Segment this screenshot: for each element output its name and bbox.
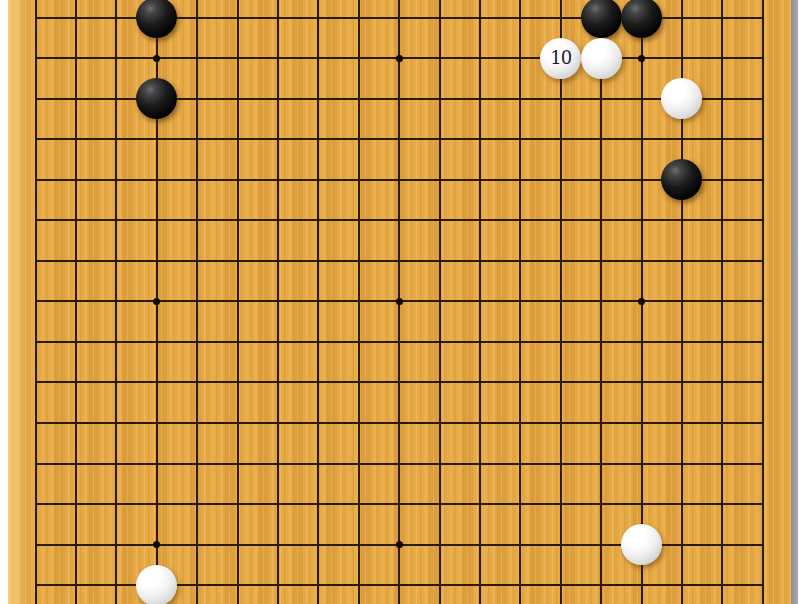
star-point <box>396 298 403 305</box>
grid-line-horizontal <box>35 463 764 465</box>
stone-black[interactable] <box>581 0 622 38</box>
stone-black[interactable] <box>621 0 662 38</box>
star-point <box>638 298 645 305</box>
stone-black[interactable] <box>136 78 177 119</box>
star-point <box>153 298 160 305</box>
stone-black[interactable] <box>661 159 702 200</box>
grid-line-horizontal <box>35 179 764 181</box>
stone-white[interactable] <box>661 78 702 119</box>
stone-white[interactable]: 10 <box>540 38 581 79</box>
star-point <box>638 55 645 62</box>
grid-line-horizontal <box>35 341 764 343</box>
grid-line-horizontal <box>35 503 764 505</box>
grid-line-horizontal <box>35 138 764 140</box>
grid-line-horizontal <box>35 381 764 383</box>
star-point <box>396 541 403 548</box>
grid-line-horizontal <box>35 219 764 221</box>
star-point <box>153 55 160 62</box>
page: 10 <box>0 0 806 604</box>
star-point <box>153 541 160 548</box>
board-right-edge-shadow <box>791 0 798 604</box>
stone-black[interactable] <box>136 0 177 38</box>
star-point <box>396 55 403 62</box>
stone-white[interactable] <box>136 565 177 604</box>
grid-line-horizontal <box>35 422 764 424</box>
grid-line-horizontal <box>35 260 764 262</box>
stone-white[interactable] <box>581 38 622 79</box>
stone-white[interactable] <box>621 524 662 565</box>
move-number-label: 10 <box>550 49 571 67</box>
go-board[interactable]: 10 <box>8 0 791 604</box>
